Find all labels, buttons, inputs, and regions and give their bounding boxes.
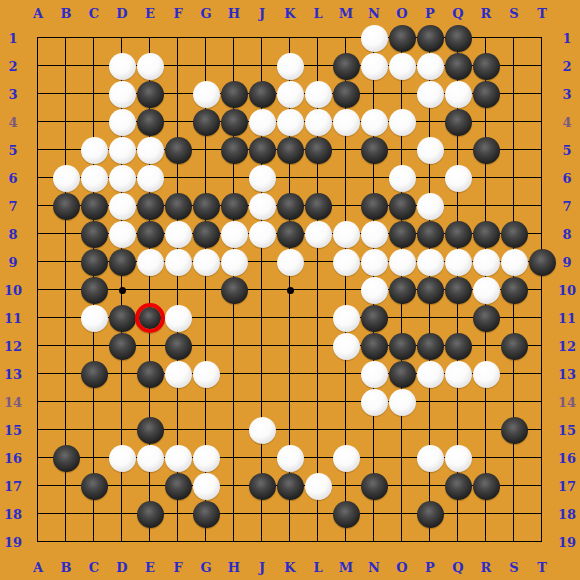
stone-black-S10[interactable] bbox=[501, 277, 528, 304]
stone-white-Q6[interactable] bbox=[445, 165, 472, 192]
col-label-P: P bbox=[425, 561, 435, 574]
stone-white-O2[interactable] bbox=[389, 53, 416, 80]
stone-black-M3[interactable] bbox=[333, 81, 360, 108]
stone-white-D3[interactable] bbox=[109, 81, 136, 108]
stone-white-G16[interactable] bbox=[193, 445, 220, 472]
row-label-8: 8 bbox=[562, 228, 571, 241]
stone-white-C5[interactable] bbox=[81, 137, 108, 164]
stone-white-N9[interactable] bbox=[361, 249, 388, 276]
stone-white-G13[interactable] bbox=[193, 361, 220, 388]
stone-white-S9[interactable] bbox=[501, 249, 528, 276]
stone-white-Q16[interactable] bbox=[445, 445, 472, 472]
row-label-8: 8 bbox=[8, 228, 17, 241]
stone-white-M12[interactable] bbox=[333, 333, 360, 360]
stone-black-S8[interactable] bbox=[501, 221, 528, 248]
row-label-4: 4 bbox=[8, 116, 17, 129]
row-label-17: 17 bbox=[4, 480, 22, 493]
col-label-F: F bbox=[173, 7, 182, 20]
stone-white-R13[interactable] bbox=[473, 361, 500, 388]
stone-white-P5[interactable] bbox=[417, 137, 444, 164]
star-point-D10 bbox=[119, 287, 126, 294]
col-label-T: T bbox=[537, 561, 547, 574]
col-label-Q: Q bbox=[452, 561, 463, 574]
stone-white-F13[interactable] bbox=[165, 361, 192, 388]
stone-black-R5[interactable] bbox=[473, 137, 500, 164]
stone-white-E6[interactable] bbox=[137, 165, 164, 192]
stone-white-K4[interactable] bbox=[277, 109, 304, 136]
stone-white-P7[interactable] bbox=[417, 193, 444, 220]
stone-white-R10[interactable] bbox=[473, 277, 500, 304]
stone-black-N5[interactable] bbox=[361, 137, 388, 164]
stone-white-N2[interactable] bbox=[361, 53, 388, 80]
stone-black-F7[interactable] bbox=[165, 193, 192, 220]
stone-black-H10[interactable] bbox=[221, 277, 248, 304]
col-label-H: H bbox=[228, 561, 240, 574]
row-label-16: 16 bbox=[558, 452, 576, 465]
stone-black-P1[interactable] bbox=[417, 25, 444, 52]
stone-black-R11[interactable] bbox=[473, 305, 500, 332]
row-label-11: 11 bbox=[558, 312, 576, 325]
row-label-14: 14 bbox=[4, 396, 22, 409]
stone-white-N8[interactable] bbox=[361, 221, 388, 248]
stone-black-Q12[interactable] bbox=[445, 333, 472, 360]
stone-white-K2[interactable] bbox=[277, 53, 304, 80]
board-intersections[interactable] bbox=[24, 24, 556, 556]
stone-white-N13[interactable] bbox=[361, 361, 388, 388]
stone-white-K3[interactable] bbox=[277, 81, 304, 108]
stone-white-G3[interactable] bbox=[193, 81, 220, 108]
stone-black-O1[interactable] bbox=[389, 25, 416, 52]
stone-black-K8[interactable] bbox=[277, 221, 304, 248]
row-label-17: 17 bbox=[558, 480, 576, 493]
stone-black-D9[interactable] bbox=[109, 249, 136, 276]
stone-black-R3[interactable] bbox=[473, 81, 500, 108]
row-label-2: 2 bbox=[8, 60, 17, 73]
col-label-R: R bbox=[481, 561, 492, 574]
stone-white-B6[interactable] bbox=[53, 165, 80, 192]
stone-white-N1[interactable] bbox=[361, 25, 388, 52]
stone-white-R9[interactable] bbox=[473, 249, 500, 276]
col-label-K: K bbox=[284, 7, 295, 20]
stone-black-J3[interactable] bbox=[249, 81, 276, 108]
stone-white-D5[interactable] bbox=[109, 137, 136, 164]
row-label-6: 6 bbox=[562, 172, 571, 185]
col-label-J: J bbox=[259, 561, 265, 574]
col-label-M: M bbox=[339, 7, 353, 20]
stone-black-P12[interactable] bbox=[417, 333, 444, 360]
col-label-F: F bbox=[173, 561, 182, 574]
stone-white-C6[interactable] bbox=[81, 165, 108, 192]
row-label-18: 18 bbox=[4, 508, 22, 521]
stone-black-R8[interactable] bbox=[473, 221, 500, 248]
stone-black-H5[interactable] bbox=[221, 137, 248, 164]
stone-white-K16[interactable] bbox=[277, 445, 304, 472]
col-label-B: B bbox=[61, 561, 72, 574]
stone-white-G9[interactable] bbox=[193, 249, 220, 276]
stone-black-K7[interactable] bbox=[277, 193, 304, 220]
col-label-G: G bbox=[200, 561, 211, 574]
stone-black-R17[interactable] bbox=[473, 473, 500, 500]
row-label-13: 13 bbox=[4, 368, 22, 381]
row-label-2: 2 bbox=[562, 60, 571, 73]
stone-black-Q8[interactable] bbox=[445, 221, 472, 248]
stone-white-D4[interactable] bbox=[109, 109, 136, 136]
stone-black-O8[interactable] bbox=[389, 221, 416, 248]
stone-white-E2[interactable] bbox=[137, 53, 164, 80]
row-label-12: 12 bbox=[558, 340, 576, 353]
col-label-G: G bbox=[200, 7, 211, 20]
column-labels-bottom: ABCDEFGHJKLMNOPQRST bbox=[24, 554, 556, 580]
stone-black-C10[interactable] bbox=[81, 277, 108, 304]
stone-black-D12[interactable] bbox=[109, 333, 136, 360]
stone-black-H4[interactable] bbox=[221, 109, 248, 136]
col-label-O: O bbox=[396, 561, 407, 574]
row-label-16: 16 bbox=[4, 452, 22, 465]
row-label-10: 10 bbox=[558, 284, 576, 297]
stone-black-D11[interactable] bbox=[109, 305, 136, 332]
col-label-C: C bbox=[89, 7, 99, 20]
row-label-19: 19 bbox=[558, 536, 576, 549]
col-label-S: S bbox=[509, 7, 518, 20]
stone-white-L3[interactable] bbox=[305, 81, 332, 108]
stone-white-F16[interactable] bbox=[165, 445, 192, 472]
col-label-L: L bbox=[313, 561, 322, 574]
col-label-N: N bbox=[368, 7, 380, 20]
row-label-1: 1 bbox=[8, 32, 17, 45]
stone-white-J8[interactable] bbox=[249, 221, 276, 248]
stone-white-N14[interactable] bbox=[361, 389, 388, 416]
stone-white-K9[interactable] bbox=[277, 249, 304, 276]
stone-white-Q9[interactable] bbox=[445, 249, 472, 276]
col-label-N: N bbox=[368, 561, 380, 574]
col-label-O: O bbox=[396, 7, 407, 20]
stone-white-C11[interactable] bbox=[81, 305, 108, 332]
star-point-K10 bbox=[287, 287, 294, 294]
stone-black-E13[interactable] bbox=[137, 361, 164, 388]
stone-black-F5[interactable] bbox=[165, 137, 192, 164]
col-label-C: C bbox=[89, 561, 99, 574]
stone-black-J17[interactable] bbox=[249, 473, 276, 500]
stone-white-L8[interactable] bbox=[305, 221, 332, 248]
row-label-10: 10 bbox=[4, 284, 22, 297]
col-label-B: B bbox=[61, 7, 72, 20]
stone-white-D6[interactable] bbox=[109, 165, 136, 192]
stone-black-T9[interactable] bbox=[529, 249, 556, 276]
row-label-5: 5 bbox=[562, 144, 571, 157]
stone-white-F8[interactable] bbox=[165, 221, 192, 248]
stone-black-E3[interactable] bbox=[137, 81, 164, 108]
stone-black-N11[interactable] bbox=[361, 305, 388, 332]
stone-black-H3[interactable] bbox=[221, 81, 248, 108]
stone-white-J7[interactable] bbox=[249, 193, 276, 220]
stone-black-C17[interactable] bbox=[81, 473, 108, 500]
row-label-18: 18 bbox=[558, 508, 576, 521]
stone-black-G4[interactable] bbox=[193, 109, 220, 136]
stone-black-R2[interactable] bbox=[473, 53, 500, 80]
stone-black-E7[interactable] bbox=[137, 193, 164, 220]
stone-black-J5[interactable] bbox=[249, 137, 276, 164]
stone-white-P13[interactable] bbox=[417, 361, 444, 388]
stone-white-D7[interactable] bbox=[109, 193, 136, 220]
stone-white-M4[interactable] bbox=[333, 109, 360, 136]
stone-black-K17[interactable] bbox=[277, 473, 304, 500]
stone-white-P9[interactable] bbox=[417, 249, 444, 276]
stone-black-H7[interactable] bbox=[221, 193, 248, 220]
stone-white-L17[interactable] bbox=[305, 473, 332, 500]
stone-black-C8[interactable] bbox=[81, 221, 108, 248]
row-label-5: 5 bbox=[8, 144, 17, 157]
stone-black-L7[interactable] bbox=[305, 193, 332, 220]
stone-white-L4[interactable] bbox=[305, 109, 332, 136]
stone-white-O9[interactable] bbox=[389, 249, 416, 276]
col-label-J: J bbox=[259, 7, 265, 20]
stone-white-J15[interactable] bbox=[249, 417, 276, 444]
stone-black-F17[interactable] bbox=[165, 473, 192, 500]
stone-black-C13[interactable] bbox=[81, 361, 108, 388]
stone-black-E11-last-move-marker[interactable] bbox=[135, 303, 165, 333]
stone-white-Q3[interactable] bbox=[445, 81, 472, 108]
row-label-13: 13 bbox=[558, 368, 576, 381]
col-label-H: H bbox=[228, 7, 240, 20]
stone-white-H9[interactable] bbox=[221, 249, 248, 276]
row-label-7: 7 bbox=[562, 200, 571, 213]
row-label-7: 7 bbox=[8, 200, 17, 213]
stone-white-Q13[interactable] bbox=[445, 361, 472, 388]
stone-white-F9[interactable] bbox=[165, 249, 192, 276]
stone-white-D8[interactable] bbox=[109, 221, 136, 248]
col-label-T: T bbox=[537, 7, 547, 20]
stone-black-N17[interactable] bbox=[361, 473, 388, 500]
stone-black-Q2[interactable] bbox=[445, 53, 472, 80]
stone-black-E4[interactable] bbox=[137, 109, 164, 136]
stone-white-E16[interactable] bbox=[137, 445, 164, 472]
stone-white-H8[interactable] bbox=[221, 221, 248, 248]
row-label-19: 19 bbox=[4, 536, 22, 549]
stone-white-N4[interactable] bbox=[361, 109, 388, 136]
stone-black-B7[interactable] bbox=[53, 193, 80, 220]
stone-white-M16[interactable] bbox=[333, 445, 360, 472]
stone-black-S12[interactable] bbox=[501, 333, 528, 360]
row-label-3: 3 bbox=[8, 88, 17, 101]
stone-black-P18[interactable] bbox=[417, 501, 444, 528]
col-label-P: P bbox=[425, 7, 435, 20]
col-label-Q: Q bbox=[452, 7, 463, 20]
stone-white-O6[interactable] bbox=[389, 165, 416, 192]
stone-black-Q4[interactable] bbox=[445, 109, 472, 136]
stone-white-P16[interactable] bbox=[417, 445, 444, 472]
stone-black-E18[interactable] bbox=[137, 501, 164, 528]
stone-black-Q10[interactable] bbox=[445, 277, 472, 304]
stone-black-G7[interactable] bbox=[193, 193, 220, 220]
stone-black-O12[interactable] bbox=[389, 333, 416, 360]
stone-black-Q17[interactable] bbox=[445, 473, 472, 500]
col-label-A: A bbox=[33, 561, 43, 574]
row-label-4: 4 bbox=[562, 116, 571, 129]
stone-black-O13[interactable] bbox=[389, 361, 416, 388]
stone-black-G18[interactable] bbox=[193, 501, 220, 528]
stone-black-C7[interactable] bbox=[81, 193, 108, 220]
stone-white-E5[interactable] bbox=[137, 137, 164, 164]
col-label-K: K bbox=[284, 561, 295, 574]
stone-black-L5[interactable] bbox=[305, 137, 332, 164]
stone-white-E9[interactable] bbox=[137, 249, 164, 276]
col-label-L: L bbox=[313, 7, 322, 20]
stone-black-O10[interactable] bbox=[389, 277, 416, 304]
row-labels-left: 12345678910111213141516171819 bbox=[0, 24, 26, 556]
stone-black-Q1[interactable] bbox=[445, 25, 472, 52]
stone-white-M9[interactable] bbox=[333, 249, 360, 276]
stone-black-S15[interactable] bbox=[501, 417, 528, 444]
stone-white-M11[interactable] bbox=[333, 305, 360, 332]
stone-black-O7[interactable] bbox=[389, 193, 416, 220]
stone-black-F12[interactable] bbox=[165, 333, 192, 360]
row-label-3: 3 bbox=[562, 88, 571, 101]
stone-white-M8[interactable] bbox=[333, 221, 360, 248]
stone-white-D2[interactable] bbox=[109, 53, 136, 80]
stone-black-B16[interactable] bbox=[53, 445, 80, 472]
row-label-14: 14 bbox=[558, 396, 576, 409]
col-label-D: D bbox=[116, 561, 127, 574]
stone-white-D16[interactable] bbox=[109, 445, 136, 472]
stone-white-J4[interactable] bbox=[249, 109, 276, 136]
col-label-E: E bbox=[145, 561, 155, 574]
row-label-1: 1 bbox=[562, 32, 571, 45]
col-label-S: S bbox=[509, 561, 518, 574]
stone-white-J6[interactable] bbox=[249, 165, 276, 192]
stone-black-N12[interactable] bbox=[361, 333, 388, 360]
row-labels-right: 12345678910111213141516171819 bbox=[554, 24, 580, 556]
stone-black-N7[interactable] bbox=[361, 193, 388, 220]
stone-black-P10[interactable] bbox=[417, 277, 444, 304]
stone-black-P8[interactable] bbox=[417, 221, 444, 248]
stone-white-F11[interactable] bbox=[165, 305, 192, 332]
stone-black-E15[interactable] bbox=[137, 417, 164, 444]
col-label-D: D bbox=[116, 7, 127, 20]
stone-black-M2[interactable] bbox=[333, 53, 360, 80]
stone-white-P2[interactable] bbox=[417, 53, 444, 80]
col-label-M: M bbox=[339, 561, 353, 574]
stone-white-O4[interactable] bbox=[389, 109, 416, 136]
stone-white-O14[interactable] bbox=[389, 389, 416, 416]
row-label-12: 12 bbox=[4, 340, 22, 353]
stone-white-N10[interactable] bbox=[361, 277, 388, 304]
row-label-11: 11 bbox=[4, 312, 22, 325]
row-label-15: 15 bbox=[558, 424, 576, 437]
stone-white-G17[interactable] bbox=[193, 473, 220, 500]
stone-black-E8[interactable] bbox=[137, 221, 164, 248]
column-labels-top: ABCDEFGHJKLMNOPQRST bbox=[24, 0, 556, 26]
row-label-15: 15 bbox=[4, 424, 22, 437]
col-label-R: R bbox=[481, 7, 492, 20]
stone-black-G8[interactable] bbox=[193, 221, 220, 248]
col-label-A: A bbox=[33, 7, 43, 20]
row-label-9: 9 bbox=[562, 256, 571, 269]
row-label-6: 6 bbox=[8, 172, 17, 185]
stone-black-M18[interactable] bbox=[333, 501, 360, 528]
stone-black-C9[interactable] bbox=[81, 249, 108, 276]
col-label-E: E bbox=[145, 7, 155, 20]
go-board: ABCDEFGHJKLMNOPQRST ABCDEFGHJKLMNOPQRST … bbox=[0, 0, 580, 580]
stone-white-P3[interactable] bbox=[417, 81, 444, 108]
stone-black-K5[interactable] bbox=[277, 137, 304, 164]
row-label-9: 9 bbox=[8, 256, 17, 269]
